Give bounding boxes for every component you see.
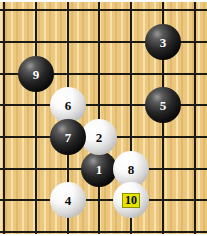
board-top-edge <box>0 0 207 2</box>
stone-white-4: 4 <box>50 182 86 218</box>
move-label: 7 <box>65 131 72 144</box>
stone-white-10: 10 <box>113 182 149 218</box>
grid-line-horizontal-1 <box>0 9 207 11</box>
grid-line-horizontal-8 <box>0 231 207 233</box>
move-label-highlighted: 10 <box>122 193 140 208</box>
stone-black-1: 1 <box>81 151 117 187</box>
move-label: 6 <box>65 99 72 112</box>
move-label: 8 <box>128 163 135 176</box>
move-label: 4 <box>65 194 72 207</box>
move-label: 3 <box>160 36 167 49</box>
stone-black-5: 5 <box>145 87 181 123</box>
stone-white-6: 6 <box>50 87 86 123</box>
go-board[interactable]: 12345678910 <box>0 0 207 236</box>
stone-black-3: 3 <box>145 24 181 60</box>
move-label: 1 <box>96 163 103 176</box>
stone-black-9: 9 <box>18 56 54 92</box>
move-label: 5 <box>160 99 167 112</box>
stone-white-2: 2 <box>81 119 117 155</box>
stone-black-7: 7 <box>50 119 86 155</box>
grid-line-horizontal-7 <box>0 199 207 201</box>
move-label: 9 <box>33 68 40 81</box>
move-label: 2 <box>96 131 103 144</box>
board-bottom-edge <box>0 234 207 236</box>
